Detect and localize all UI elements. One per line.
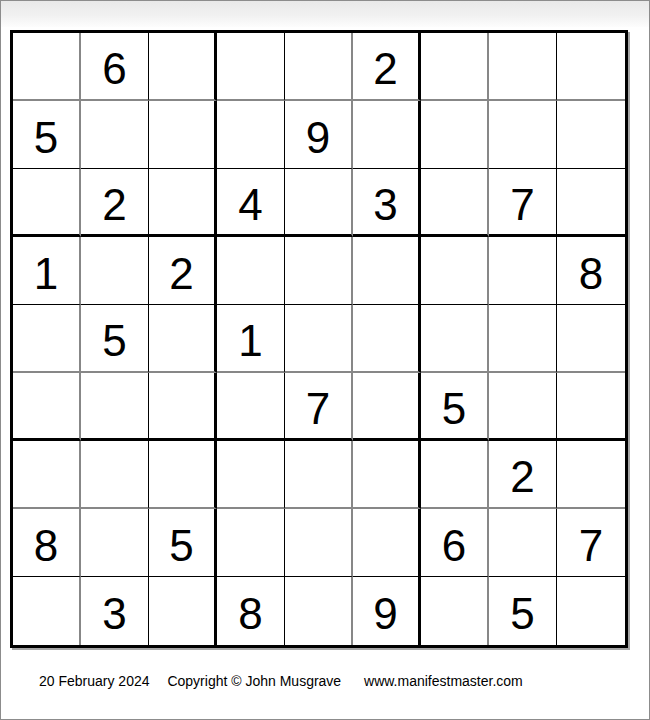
cell-r6c6[interactable] [353, 373, 421, 441]
cell-r2c2[interactable] [81, 101, 149, 169]
cell-r3c1[interactable] [13, 169, 81, 237]
cell-r6c4[interactable] [217, 373, 285, 441]
cell-r8c7[interactable]: 6 [421, 509, 489, 577]
cell-r1c3[interactable] [149, 33, 217, 101]
cell-r8c1[interactable]: 8 [13, 509, 81, 577]
sudoku-board: 625924371285175285673895 [10, 30, 628, 648]
cell-r6c8[interactable] [489, 373, 557, 441]
cell-r6c2[interactable] [81, 373, 149, 441]
cell-r7c1[interactable] [13, 441, 81, 509]
cell-r2c9[interactable] [557, 101, 625, 169]
cell-r2c4[interactable] [217, 101, 285, 169]
cell-r6c5[interactable]: 7 [285, 373, 353, 441]
cell-r4c9[interactable]: 8 [557, 237, 625, 305]
cell-r4c8[interactable] [489, 237, 557, 305]
cell-r5c7[interactable] [421, 305, 489, 373]
cell-r8c5[interactable] [285, 509, 353, 577]
cell-r1c2[interactable]: 6 [81, 33, 149, 101]
cell-r5c1[interactable] [13, 305, 81, 373]
cell-r6c7[interactable]: 5 [421, 373, 489, 441]
cell-r7c8[interactable]: 2 [489, 441, 557, 509]
cell-r1c9[interactable] [557, 33, 625, 101]
cell-r2c6[interactable] [353, 101, 421, 169]
cell-r6c1[interactable] [13, 373, 81, 441]
cell-r7c5[interactable] [285, 441, 353, 509]
cell-r6c3[interactable] [149, 373, 217, 441]
puzzle-page: 625924371285175285673895 20 February 202… [0, 0, 650, 720]
cell-r4c6[interactable] [353, 237, 421, 305]
cell-r5c5[interactable] [285, 305, 353, 373]
cell-r8c8[interactable] [489, 509, 557, 577]
cell-r9c2[interactable]: 3 [81, 577, 149, 645]
cell-r3c4[interactable]: 4 [217, 169, 285, 237]
cell-r8c9[interactable]: 7 [557, 509, 625, 577]
cell-r4c7[interactable] [421, 237, 489, 305]
cell-r3c2[interactable]: 2 [81, 169, 149, 237]
cell-r1c1[interactable] [13, 33, 81, 101]
cell-r3c7[interactable] [421, 169, 489, 237]
cell-r9c4[interactable]: 8 [217, 577, 285, 645]
cell-r4c5[interactable] [285, 237, 353, 305]
cell-r1c6[interactable]: 2 [353, 33, 421, 101]
cell-r8c3[interactable]: 5 [149, 509, 217, 577]
cell-r4c3[interactable]: 2 [149, 237, 217, 305]
cell-r5c6[interactable] [353, 305, 421, 373]
cell-r1c7[interactable] [421, 33, 489, 101]
footer-date: 20 February 2024 [39, 673, 150, 689]
footer-website: www.manifestmaster.com [364, 673, 523, 689]
cell-r3c9[interactable] [557, 169, 625, 237]
cell-r2c8[interactable] [489, 101, 557, 169]
cell-r9c7[interactable] [421, 577, 489, 645]
cell-r7c4[interactable] [217, 441, 285, 509]
cell-r5c2[interactable]: 5 [81, 305, 149, 373]
cell-r7c6[interactable] [353, 441, 421, 509]
cell-r8c6[interactable] [353, 509, 421, 577]
cell-r9c5[interactable] [285, 577, 353, 645]
cell-r6c9[interactable] [557, 373, 625, 441]
cell-r7c9[interactable] [557, 441, 625, 509]
cell-r9c1[interactable] [13, 577, 81, 645]
cell-r9c9[interactable] [557, 577, 625, 645]
cell-r7c7[interactable] [421, 441, 489, 509]
cell-r9c3[interactable] [149, 577, 217, 645]
cell-r3c3[interactable] [149, 169, 217, 237]
cell-r7c3[interactable] [149, 441, 217, 509]
cell-r8c2[interactable] [81, 509, 149, 577]
cell-r5c3[interactable] [149, 305, 217, 373]
cell-r1c8[interactable] [489, 33, 557, 101]
cell-r4c4[interactable] [217, 237, 285, 305]
cell-r2c5[interactable]: 9 [285, 101, 353, 169]
cell-r7c2[interactable] [81, 441, 149, 509]
cell-r3c5[interactable] [285, 169, 353, 237]
cell-r1c4[interactable] [217, 33, 285, 101]
footer: 20 February 2024 Copyright © John Musgra… [39, 673, 649, 689]
cell-r1c5[interactable] [285, 33, 353, 101]
top-band [1, 1, 649, 27]
cell-r9c6[interactable]: 9 [353, 577, 421, 645]
cell-r3c6[interactable]: 3 [353, 169, 421, 237]
footer-copyright: Copyright © John Musgrave [167, 673, 341, 689]
cell-r9c8[interactable]: 5 [489, 577, 557, 645]
cell-r2c1[interactable]: 5 [13, 101, 81, 169]
cell-r8c4[interactable] [217, 509, 285, 577]
cell-r2c7[interactable] [421, 101, 489, 169]
cell-r4c1[interactable]: 1 [13, 237, 81, 305]
cell-r3c8[interactable]: 7 [489, 169, 557, 237]
cell-r5c8[interactable] [489, 305, 557, 373]
cell-r5c4[interactable]: 1 [217, 305, 285, 373]
cell-r4c2[interactable] [81, 237, 149, 305]
cell-r5c9[interactable] [557, 305, 625, 373]
cell-r2c3[interactable] [149, 101, 217, 169]
